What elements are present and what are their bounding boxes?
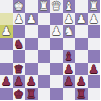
square-f5[interactable] — [25, 50, 38, 63]
square-h5[interactable] — [0, 50, 13, 63]
square-g4[interactable]: ♞ — [13, 38, 26, 51]
chess-board: ♚♜♛♝♜♟♟♟♟♟♟♟♞♞♝♛♟♟♟♟♟♟♟♚♜♜ — [0, 0, 100, 100]
black-knight-piece[interactable]: ♞ — [14, 38, 24, 51]
black-pawn-piece[interactable]: ♟ — [76, 75, 86, 88]
square-e4[interactable] — [38, 38, 51, 51]
square-b4[interactable] — [75, 38, 88, 51]
square-a1[interactable]: ♜ — [88, 0, 101, 13]
square-a2[interactable]: ♟ — [88, 13, 101, 26]
square-f3[interactable] — [25, 25, 38, 38]
white-bishop-piece[interactable]: ♝ — [64, 0, 74, 13]
square-g8[interactable]: ♚ — [13, 88, 26, 101]
square-h4[interactable] — [0, 38, 13, 51]
square-b2[interactable]: ♟ — [75, 13, 88, 26]
white-knight-piece[interactable]: ♞ — [64, 25, 74, 38]
square-d6[interactable] — [50, 63, 63, 76]
square-d5[interactable] — [50, 50, 63, 63]
black-king-piece[interactable]: ♚ — [14, 88, 24, 101]
square-g2[interactable]: ♟ — [13, 13, 26, 26]
square-a7[interactable] — [88, 75, 101, 88]
square-e7[interactable] — [38, 75, 51, 88]
square-b7[interactable]: ♟ — [75, 75, 88, 88]
square-c1[interactable]: ♝ — [63, 0, 76, 13]
square-h1[interactable] — [0, 0, 13, 13]
white-pawn-piece[interactable]: ♟ — [1, 25, 11, 38]
square-d1[interactable]: ♛ — [50, 0, 63, 13]
square-b1[interactable] — [75, 0, 88, 13]
black-pawn-piece[interactable]: ♟ — [89, 63, 99, 76]
black-pawn-piece[interactable]: ♟ — [64, 75, 74, 88]
square-f2[interactable]: ♟ — [25, 13, 38, 26]
white-pawn-piece[interactable]: ♟ — [51, 25, 61, 38]
black-rook-piece[interactable]: ♜ — [26, 88, 36, 101]
white-pawn-piece[interactable]: ♟ — [14, 13, 24, 26]
square-b8[interactable]: ♜ — [75, 88, 88, 101]
square-f8[interactable]: ♜ — [25, 88, 38, 101]
square-e8[interactable] — [38, 88, 51, 101]
square-f7[interactable]: ♟ — [25, 75, 38, 88]
square-c7[interactable]: ♟ — [63, 75, 76, 88]
square-g5[interactable] — [13, 50, 26, 63]
square-e6[interactable] — [38, 63, 51, 76]
square-h3[interactable]: ♟ — [0, 25, 13, 38]
square-g3[interactable] — [13, 25, 26, 38]
square-h8[interactable] — [0, 88, 13, 101]
square-g7[interactable]: ♟ — [13, 75, 26, 88]
black-pawn-piece[interactable]: ♟ — [1, 75, 11, 88]
square-e3[interactable] — [38, 25, 51, 38]
square-a8[interactable] — [88, 88, 101, 101]
square-e2[interactable] — [38, 13, 51, 26]
black-bishop-piece[interactable]: ♝ — [64, 50, 74, 63]
white-king-piece[interactable]: ♚ — [14, 0, 24, 13]
black-pawn-piece[interactable]: ♟ — [14, 75, 24, 88]
square-d4[interactable] — [50, 38, 63, 51]
square-a6[interactable]: ♟ — [88, 63, 101, 76]
white-pawn-piece[interactable]: ♟ — [89, 13, 99, 26]
square-c5[interactable]: ♝ — [63, 50, 76, 63]
square-b3[interactable] — [75, 25, 88, 38]
square-a3[interactable] — [88, 25, 101, 38]
square-e5[interactable] — [38, 50, 51, 63]
white-pawn-piece[interactable]: ♟ — [76, 13, 86, 26]
black-rook-piece[interactable]: ♜ — [76, 88, 86, 101]
square-d3[interactable]: ♟ — [50, 25, 63, 38]
white-rook-piece[interactable]: ♜ — [89, 0, 99, 13]
square-f4[interactable] — [25, 38, 38, 51]
square-a5[interactable] — [88, 50, 101, 63]
square-d7[interactable] — [50, 75, 63, 88]
square-b5[interactable] — [75, 50, 88, 63]
square-d8[interactable] — [50, 88, 63, 101]
white-pawn-piece[interactable]: ♟ — [26, 13, 36, 26]
white-queen-piece[interactable]: ♛ — [51, 0, 61, 13]
square-g1[interactable]: ♚ — [13, 0, 26, 13]
square-h7[interactable]: ♟ — [0, 75, 13, 88]
square-c8[interactable] — [63, 88, 76, 101]
square-c3[interactable]: ♞ — [63, 25, 76, 38]
square-f1[interactable] — [25, 0, 38, 13]
black-pawn-piece[interactable]: ♟ — [26, 75, 36, 88]
white-rook-piece[interactable]: ♜ — [39, 0, 49, 13]
square-e1[interactable]: ♜ — [38, 0, 51, 13]
square-a4[interactable] — [88, 38, 101, 51]
